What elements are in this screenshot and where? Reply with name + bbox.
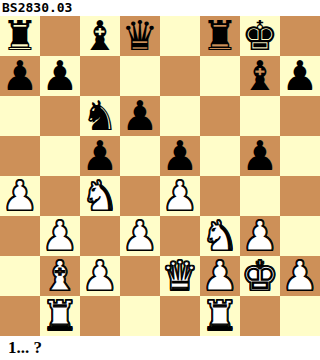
square-f1[interactable]: ♜ <box>200 296 240 336</box>
square-a6[interactable] <box>0 96 40 136</box>
square-d2[interactable] <box>120 256 160 296</box>
square-e2[interactable]: ♛ <box>160 256 200 296</box>
square-h2[interactable]: ♟ <box>280 256 320 296</box>
move-prompt: 1... ? <box>8 338 42 358</box>
square-c1[interactable] <box>80 296 120 336</box>
square-f6[interactable] <box>200 96 240 136</box>
square-g2[interactable]: ♚ <box>240 256 280 296</box>
white-pawn: ♟ <box>162 176 199 216</box>
square-e8[interactable] <box>160 16 200 56</box>
square-d4[interactable] <box>120 176 160 216</box>
square-g8[interactable]: ♚ <box>240 16 280 56</box>
chess-board: ♜♝♛♜♚♟♟♝♟♞♟♟♟♟♟♞♟♟♟♞♟♝♟♛♟♚♟♜♜ <box>0 16 320 336</box>
white-rook: ♜ <box>42 296 79 336</box>
square-b8[interactable] <box>40 16 80 56</box>
square-a7[interactable]: ♟ <box>0 56 40 96</box>
square-h7[interactable]: ♟ <box>280 56 320 96</box>
square-c8[interactable]: ♝ <box>80 16 120 56</box>
square-h8[interactable] <box>280 16 320 56</box>
square-g6[interactable] <box>240 96 280 136</box>
square-b2[interactable]: ♝ <box>40 256 80 296</box>
black-rook: ♜ <box>202 16 239 56</box>
square-h5[interactable] <box>280 136 320 176</box>
white-knight: ♞ <box>82 176 119 216</box>
square-a5[interactable] <box>0 136 40 176</box>
square-g5[interactable]: ♟ <box>240 136 280 176</box>
square-h1[interactable] <box>280 296 320 336</box>
square-a3[interactable] <box>0 216 40 256</box>
square-b1[interactable]: ♜ <box>40 296 80 336</box>
square-e1[interactable] <box>160 296 200 336</box>
black-pawn: ♟ <box>2 56 39 96</box>
white-pawn: ♟ <box>42 216 79 256</box>
square-h3[interactable] <box>280 216 320 256</box>
square-c5[interactable]: ♟ <box>80 136 120 176</box>
square-e7[interactable] <box>160 56 200 96</box>
black-king: ♚ <box>242 16 279 56</box>
square-d6[interactable]: ♟ <box>120 96 160 136</box>
black-pawn: ♟ <box>122 96 159 136</box>
square-b7[interactable]: ♟ <box>40 56 80 96</box>
square-d3[interactable]: ♟ <box>120 216 160 256</box>
square-h6[interactable] <box>280 96 320 136</box>
white-pawn: ♟ <box>82 256 119 296</box>
square-d7[interactable] <box>120 56 160 96</box>
square-g4[interactable] <box>240 176 280 216</box>
white-pawn: ♟ <box>202 256 239 296</box>
black-knight: ♞ <box>82 96 119 136</box>
square-d1[interactable] <box>120 296 160 336</box>
square-a1[interactable] <box>0 296 40 336</box>
square-b3[interactable]: ♟ <box>40 216 80 256</box>
black-rook: ♜ <box>2 16 39 56</box>
black-pawn: ♟ <box>162 136 199 176</box>
black-queen: ♛ <box>122 16 159 56</box>
square-e5[interactable]: ♟ <box>160 136 200 176</box>
square-c4[interactable]: ♞ <box>80 176 120 216</box>
square-d8[interactable]: ♛ <box>120 16 160 56</box>
white-pawn: ♟ <box>2 176 39 216</box>
square-g1[interactable] <box>240 296 280 336</box>
square-f4[interactable] <box>200 176 240 216</box>
square-e6[interactable] <box>160 96 200 136</box>
square-c2[interactable]: ♟ <box>80 256 120 296</box>
white-pawn: ♟ <box>282 256 319 296</box>
square-f5[interactable] <box>200 136 240 176</box>
black-bishop: ♝ <box>82 16 119 56</box>
white-pawn: ♟ <box>242 216 279 256</box>
black-pawn: ♟ <box>282 56 319 96</box>
square-f2[interactable]: ♟ <box>200 256 240 296</box>
square-a2[interactable] <box>0 256 40 296</box>
square-a8[interactable]: ♜ <box>0 16 40 56</box>
square-a4[interactable]: ♟ <box>0 176 40 216</box>
square-e4[interactable]: ♟ <box>160 176 200 216</box>
square-c3[interactable] <box>80 216 120 256</box>
square-f3[interactable]: ♞ <box>200 216 240 256</box>
square-g3[interactable]: ♟ <box>240 216 280 256</box>
square-e3[interactable] <box>160 216 200 256</box>
square-c6[interactable]: ♞ <box>80 96 120 136</box>
black-bishop: ♝ <box>242 56 279 96</box>
square-b5[interactable] <box>40 136 80 176</box>
chess-puzzle-window: BS2830.03 ♜♝♛♜♚♟♟♝♟♞♟♟♟♟♟♞♟♟♟♞♟♝♟♛♟♚♟♜♜ … <box>0 0 320 360</box>
white-queen: ♛ <box>162 256 199 296</box>
white-king: ♚ <box>242 256 279 296</box>
square-c7[interactable] <box>80 56 120 96</box>
square-f8[interactable]: ♜ <box>200 16 240 56</box>
square-g7[interactable]: ♝ <box>240 56 280 96</box>
square-b4[interactable] <box>40 176 80 216</box>
square-h4[interactable] <box>280 176 320 216</box>
white-knight: ♞ <box>202 216 239 256</box>
black-pawn: ♟ <box>82 136 119 176</box>
black-pawn: ♟ <box>242 136 279 176</box>
white-pawn: ♟ <box>122 216 159 256</box>
black-pawn: ♟ <box>42 56 79 96</box>
square-b6[interactable] <box>40 96 80 136</box>
white-rook: ♜ <box>202 296 239 336</box>
square-d5[interactable] <box>120 136 160 176</box>
white-bishop: ♝ <box>42 256 79 296</box>
square-f7[interactable] <box>200 56 240 96</box>
